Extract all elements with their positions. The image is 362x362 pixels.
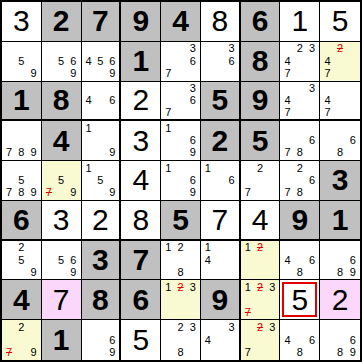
candidate-3: 3	[266, 321, 278, 334]
pencil-marks: 68	[320, 121, 360, 160]
cell-r7c6[interactable]: 14	[201, 241, 241, 281]
cell-r1c4[interactable]: 9	[121, 2, 161, 42]
cell-r2c3[interactable]: 4569	[82, 42, 122, 82]
cell-r4c7[interactable]: 5	[241, 121, 281, 161]
cell-r7c5[interactable]: 128	[161, 241, 201, 281]
pencil-marks: 347	[280, 82, 319, 120]
candidate-slot-empty	[174, 187, 186, 199]
pencil-marks: 36	[201, 42, 239, 81]
candidate-slot-empty	[28, 162, 40, 174]
cell-r5c6[interactable]: 16	[201, 161, 241, 201]
candidate-slot-empty	[174, 254, 186, 266]
pencil-marks: 579	[42, 161, 81, 200]
candidate-5: 5	[15, 254, 27, 266]
cell-r3c7[interactable]: 9	[241, 82, 281, 122]
candidate-slot-empty	[202, 67, 214, 79]
pencil-marks: 367	[161, 82, 200, 120]
candidate-9: 9	[346, 346, 359, 359]
given-value: 8	[92, 285, 109, 315]
candidate-slot-empty	[321, 83, 334, 95]
cell-r9c5[interactable]: 238	[161, 320, 201, 360]
candidate-slot-empty	[266, 242, 278, 254]
candidate-7: 7	[281, 106, 293, 118]
cell-r3c8[interactable]: 347	[280, 82, 320, 122]
candidate-6: 6	[226, 174, 238, 186]
cell-r6c1[interactable]: 6	[2, 201, 42, 241]
candidate-slot-empty	[174, 306, 186, 318]
cell-r7c1[interactable]: 259	[2, 241, 42, 281]
given-value: 4	[53, 126, 70, 156]
pencil-marks: 367	[161, 42, 200, 81]
cell-r1c3[interactable]: 7	[82, 2, 122, 42]
candidate-9: 9	[28, 147, 40, 159]
pencil-marks: 2347	[280, 42, 319, 81]
candidate-slot-empty	[174, 162, 186, 174]
candidate-slot-empty	[3, 242, 15, 254]
candidate-7-eliminated: 7	[43, 187, 55, 199]
given-value: 4	[13, 285, 30, 315]
candidate-slot-empty	[254, 187, 266, 199]
candidate-slot-empty	[266, 174, 278, 186]
candidate-1: 1	[242, 242, 254, 254]
candidate-6: 6	[187, 135, 199, 147]
candidate-1: 1	[162, 122, 174, 134]
given-value: 9	[211, 285, 228, 315]
candidate-2: 2	[294, 43, 306, 55]
candidate-4: 4	[202, 334, 214, 347]
candidate-slot-empty	[162, 306, 174, 318]
cell-r1c5[interactable]: 4	[161, 2, 201, 42]
candidate-slot-empty	[174, 147, 186, 159]
candidate-9: 9	[106, 346, 118, 359]
candidate-slot-empty	[294, 83, 306, 95]
cell-r2c2[interactable]: 569	[42, 42, 82, 82]
candidate-slot-empty	[346, 94, 359, 106]
cell-r8c5[interactable]: 123	[161, 280, 201, 320]
candidate-6: 6	[346, 334, 359, 347]
cell-r5c9[interactable]: 3	[320, 161, 360, 201]
candidate-slot-empty	[321, 43, 334, 55]
candidate-6: 6	[226, 55, 238, 67]
candidate-slot-empty	[334, 321, 347, 334]
candidate-slot-empty	[28, 334, 40, 347]
cell-r9c3[interactable]: 69	[82, 320, 122, 360]
candidate-slot-empty	[67, 43, 79, 55]
solved-value: 3	[13, 6, 30, 36]
candidate-slot-empty	[106, 122, 118, 134]
candidate-slot-empty	[94, 321, 106, 334]
given-value: 1	[332, 205, 349, 235]
candidate-slot-empty	[83, 321, 95, 334]
candidate-slot-empty	[55, 266, 67, 278]
candidate-slot-empty	[321, 147, 334, 159]
candidate-slot-empty	[174, 122, 186, 134]
candidate-6: 6	[187, 94, 199, 106]
candidate-slot-empty	[214, 242, 226, 254]
candidate-7: 7	[3, 187, 15, 199]
candidate-slot-empty	[202, 43, 214, 55]
candidate-slot-empty	[28, 242, 40, 254]
candidate-slot-empty	[242, 294, 254, 306]
solved-value: 2	[132, 85, 149, 115]
candidate-slot-empty	[3, 135, 15, 147]
candidate-slot-empty	[55, 162, 67, 174]
cell-r7c7[interactable]: 12	[241, 241, 281, 281]
candidate-slot-empty	[306, 346, 318, 359]
candidate-slot-empty	[281, 242, 293, 254]
candidate-3: 3	[226, 43, 238, 55]
cell-r8c3[interactable]: 8	[82, 280, 122, 320]
candidate-slot-empty	[294, 67, 306, 79]
candidate-slot-empty	[321, 242, 334, 254]
candidate-slot-empty	[43, 55, 55, 67]
candidate-slot-empty	[162, 147, 174, 159]
cell-r1c9[interactable]: 5	[320, 2, 360, 42]
candidate-slot-empty	[174, 67, 186, 79]
pencil-marks: 1237	[241, 280, 280, 319]
cell-r7c4[interactable]: 7	[121, 241, 161, 281]
cell-r7c9[interactable]: 689	[320, 241, 360, 281]
cell-r6c8[interactable]: 9	[280, 201, 320, 241]
candidate-3: 3	[306, 83, 318, 95]
candidate-slot-empty	[43, 242, 55, 254]
cell-r4c4[interactable]: 3	[121, 121, 161, 161]
cell-r6c6[interactable]: 7	[201, 201, 241, 241]
cell-r9c8[interactable]: 468	[280, 320, 320, 360]
cell-r6c9[interactable]: 1	[320, 201, 360, 241]
pencil-marks: 279	[2, 320, 41, 360]
cell-r1c6[interactable]: 8	[201, 2, 241, 42]
candidate-slot-empty	[266, 254, 278, 266]
candidate-slot-empty	[294, 174, 306, 186]
candidate-9: 9	[67, 266, 79, 278]
pencil-marks: 4569	[82, 42, 120, 81]
candidate-8: 8	[15, 187, 27, 199]
candidate-slot-empty	[306, 55, 318, 67]
given-value: 1	[13, 85, 30, 115]
candidate-7: 7	[162, 106, 174, 118]
candidate-6: 6	[67, 254, 79, 266]
candidate-8: 8	[334, 147, 347, 159]
cell-r8c7[interactable]: 1237	[241, 280, 281, 320]
cell-r4c1[interactable]: 789	[2, 121, 42, 161]
candidate-slot-empty	[281, 321, 293, 334]
candidate-slot-empty	[346, 147, 359, 159]
candidate-slot-empty	[254, 306, 266, 318]
cell-r6c3[interactable]: 2	[82, 201, 122, 241]
candidate-7: 7	[321, 67, 334, 79]
candidate-6: 6	[346, 254, 359, 266]
cell-r3c5[interactable]: 367	[161, 82, 201, 122]
candidate-slot-empty	[226, 334, 238, 347]
candidate-slot-empty	[214, 43, 226, 55]
candidate-slot-empty	[321, 321, 334, 334]
cell-r3c1[interactable]: 1	[2, 82, 42, 122]
pencil-marks: 5789	[2, 161, 41, 200]
candidate-8: 8	[294, 266, 306, 278]
candidate-slot-empty	[187, 306, 199, 318]
candidate-slot-empty	[187, 162, 199, 174]
cell-r7c2[interactable]: 569	[42, 241, 82, 281]
candidate-7: 7	[242, 346, 254, 359]
pencil-marks: 16	[201, 161, 239, 200]
cell-r6c7[interactable]: 4	[241, 201, 281, 241]
given-value: 4	[172, 6, 189, 36]
candidate-slot-empty	[67, 162, 79, 174]
given-value: 2	[53, 6, 70, 36]
candidate-slot-empty	[334, 122, 347, 134]
candidate-slot-empty	[3, 43, 15, 55]
candidate-slot-empty	[281, 122, 293, 134]
candidate-2-eliminated: 2	[254, 281, 266, 293]
candidate-slot-empty	[3, 321, 15, 334]
candidate-slot-empty	[346, 83, 359, 95]
cell-r1c1[interactable]: 3	[2, 2, 42, 42]
pencil-marks: 169	[161, 121, 200, 160]
candidate-slot-empty	[266, 266, 278, 278]
candidate-slot-empty	[294, 254, 306, 266]
candidate-slot-empty	[15, 67, 27, 79]
candidate-slot-empty	[55, 67, 67, 79]
cell-r3c6[interactable]: 5	[201, 82, 241, 122]
cell-r9c2[interactable]: 1	[42, 320, 82, 360]
candidate-slot-empty	[94, 135, 106, 147]
candidate-slot-empty	[83, 106, 95, 118]
pencil-marks: 12	[241, 241, 280, 280]
cell-r5c4[interactable]: 4	[121, 161, 161, 201]
pencil-marks: 569	[42, 241, 81, 280]
candidate-slot-empty	[281, 174, 293, 186]
pencil-marks: 468	[280, 241, 319, 280]
candidate-slot-empty	[162, 94, 174, 106]
candidate-slot-empty	[226, 346, 238, 359]
candidate-4: 4	[321, 94, 334, 106]
candidate-slot-empty	[187, 254, 199, 266]
candidate-7: 7	[242, 187, 254, 199]
candidate-slot-empty	[214, 67, 226, 79]
candidate-slot-empty	[202, 321, 214, 334]
candidate-8: 8	[174, 346, 186, 359]
given-value: 1	[132, 46, 149, 76]
cell-r2c4[interactable]: 1	[121, 42, 161, 82]
candidate-5: 5	[94, 174, 106, 186]
candidate-slot-empty	[162, 135, 174, 147]
candidate-9: 9	[28, 266, 40, 278]
cell-r5c7[interactable]: 27	[241, 161, 281, 201]
candidate-slot-empty	[281, 162, 293, 174]
candidate-slot-empty	[187, 67, 199, 79]
cell-r2c5[interactable]: 367	[161, 42, 201, 82]
solved-value: 7	[53, 285, 70, 315]
candidate-slot-empty	[254, 254, 266, 266]
pencil-marks: 19	[82, 121, 120, 160]
candidate-8: 8	[15, 147, 27, 159]
candidate-slot-empty	[94, 83, 106, 95]
given-value: 6	[252, 6, 269, 36]
candidate-4: 4	[202, 254, 214, 266]
candidate-slot-empty	[226, 254, 238, 266]
candidate-slot-empty	[266, 346, 278, 359]
candidate-slot-empty	[321, 254, 334, 266]
candidate-slot-empty	[346, 122, 359, 134]
candidate-slot-empty	[214, 174, 226, 186]
candidate-8: 8	[174, 266, 186, 278]
cell-r6c5[interactable]: 5	[161, 201, 201, 241]
candidate-8: 8	[334, 346, 347, 359]
pencil-marks: 128	[161, 241, 200, 280]
candidate-slot-empty	[28, 321, 40, 334]
candidate-slot-empty	[321, 334, 334, 347]
cell-r1c7[interactable]: 6	[241, 2, 281, 42]
candidate-slot-empty	[106, 135, 118, 147]
candidate-slot-empty	[294, 94, 306, 106]
cell-r4c5[interactable]: 169	[161, 121, 201, 161]
candidate-slot-empty	[187, 122, 199, 134]
candidate-3: 3	[187, 43, 199, 55]
cell-r8c4[interactable]: 6	[121, 280, 161, 320]
candidate-4: 4	[321, 55, 334, 67]
candidate-slot-empty	[55, 43, 67, 55]
cell-r2c8[interactable]: 2347	[280, 42, 320, 82]
candidate-slot-empty	[334, 334, 347, 347]
cell-r6c2[interactable]: 3	[42, 201, 82, 241]
given-value: 3	[92, 245, 109, 275]
cell-r5c5[interactable]: 169	[161, 161, 201, 201]
pencil-marks: 2678	[280, 161, 319, 200]
cell-r3c4[interactable]: 2	[121, 82, 161, 122]
cell-r2c1[interactable]: 59	[2, 42, 42, 82]
candidate-slot-empty	[187, 266, 199, 278]
cell-r5c8[interactable]: 2678	[280, 161, 320, 201]
given-value: 9	[252, 85, 269, 115]
cell-r4c8[interactable]: 678	[280, 121, 320, 161]
candidate-2-eliminated: 2	[174, 281, 186, 293]
cell-r8c8[interactable]: 5	[280, 280, 320, 320]
candidate-slot-empty	[15, 266, 27, 278]
candidate-9: 9	[106, 67, 118, 79]
given-value: 8	[252, 46, 269, 76]
given-value: 5	[252, 126, 269, 156]
cell-r5c3[interactable]: 159	[82, 161, 122, 201]
candidate-6: 6	[346, 135, 359, 147]
candidate-slot-empty	[226, 266, 238, 278]
candidate-slot-empty	[83, 174, 95, 186]
candidate-1: 1	[202, 242, 214, 254]
candidate-slot-empty	[94, 147, 106, 159]
cell-r1c2[interactable]: 2	[42, 2, 82, 42]
cell-r7c3[interactable]: 3	[82, 241, 122, 281]
candidate-slot-empty	[94, 122, 106, 134]
candidate-3: 3	[306, 43, 318, 55]
cell-r2c7[interactable]: 8	[241, 42, 281, 82]
solved-value: 3	[53, 205, 70, 235]
cell-r2c9[interactable]: 247	[320, 42, 360, 82]
candidate-slot-empty	[162, 266, 174, 278]
candidate-5: 5	[15, 174, 27, 186]
candidate-slot-empty	[174, 334, 186, 347]
candidate-4: 4	[281, 55, 293, 67]
candidate-slot-empty	[346, 242, 359, 254]
candidate-2-eliminated: 2	[254, 242, 266, 254]
candidate-8: 8	[334, 266, 347, 278]
candidate-2: 2	[174, 321, 186, 334]
cell-r3c2[interactable]: 8	[42, 82, 82, 122]
candidate-slot-empty	[321, 122, 334, 134]
cell-r4c2[interactable]: 4	[42, 121, 82, 161]
candidate-slot-empty	[28, 43, 40, 55]
candidate-slot-empty	[3, 174, 15, 186]
candidate-slot-empty	[281, 346, 293, 359]
candidate-slot-empty	[162, 254, 174, 266]
candidate-8: 8	[294, 187, 306, 199]
candidate-6: 6	[306, 174, 318, 186]
solved-value: 8	[132, 205, 149, 235]
pencil-marks: 259	[2, 241, 41, 280]
candidate-slot-empty	[162, 43, 174, 55]
candidate-slot-empty	[174, 294, 186, 306]
cell-r4c6[interactable]: 2	[201, 121, 241, 161]
pencil-marks: 468	[280, 320, 319, 360]
candidate-slot-empty	[28, 254, 40, 266]
cell-r8c1[interactable]: 4	[2, 280, 42, 320]
cell-r1c8[interactable]: 1	[280, 2, 320, 42]
cell-r8c2[interactable]: 7	[42, 280, 82, 320]
candidate-slot-empty	[3, 266, 15, 278]
cell-r4c3[interactable]: 19	[82, 121, 122, 161]
pencil-marks: 47	[320, 82, 360, 120]
cell-r9c4[interactable]: 5	[121, 320, 161, 360]
candidate-slot-empty	[214, 334, 226, 347]
cell-r6c4[interactable]: 8	[121, 201, 161, 241]
cell-r7c8[interactable]: 468	[280, 241, 320, 281]
cell-r9c7[interactable]: 237	[241, 320, 281, 360]
cell-r9c1[interactable]: 279	[2, 320, 42, 360]
pencil-marks: 27	[241, 161, 280, 200]
cell-r5c1[interactable]: 5789	[2, 161, 42, 201]
candidate-slot-empty	[83, 135, 95, 147]
candidate-4: 4	[281, 334, 293, 347]
cell-r3c9[interactable]: 47	[320, 82, 360, 122]
candidate-6: 6	[306, 254, 318, 266]
candidate-slot-empty	[306, 94, 318, 106]
pencil-marks: 689	[320, 241, 360, 280]
candidate-6: 6	[106, 55, 118, 67]
cell-r2c6[interactable]: 36	[201, 42, 241, 82]
pencil-marks: 123	[161, 280, 200, 319]
candidate-slot-empty	[174, 106, 186, 118]
candidate-slot-empty	[306, 122, 318, 134]
candidate-slot-empty	[294, 106, 306, 118]
given-value: 7	[92, 6, 109, 36]
cell-r5c2[interactable]: 579	[42, 161, 82, 201]
cell-r9c9[interactable]: 689	[320, 320, 360, 360]
candidate-slot-empty	[15, 334, 27, 347]
cell-r8c9[interactable]: 2	[320, 280, 360, 320]
pencil-marks: 46	[82, 82, 120, 120]
candidate-5: 5	[55, 55, 67, 67]
candidate-slot-empty	[83, 83, 95, 95]
candidate-slot-empty	[162, 346, 174, 359]
candidate-slot-empty	[346, 55, 359, 67]
cell-r8c6[interactable]: 9	[201, 280, 241, 320]
candidate-slot-empty	[202, 346, 214, 359]
candidate-slot-empty	[321, 135, 334, 147]
cell-r3c3[interactable]: 46	[82, 82, 122, 122]
candidate-slot-empty	[242, 321, 254, 334]
candidate-slot-empty	[15, 43, 27, 55]
cell-r4c9[interactable]: 68	[320, 121, 360, 161]
cell-r9c6[interactable]: 34	[201, 320, 241, 360]
